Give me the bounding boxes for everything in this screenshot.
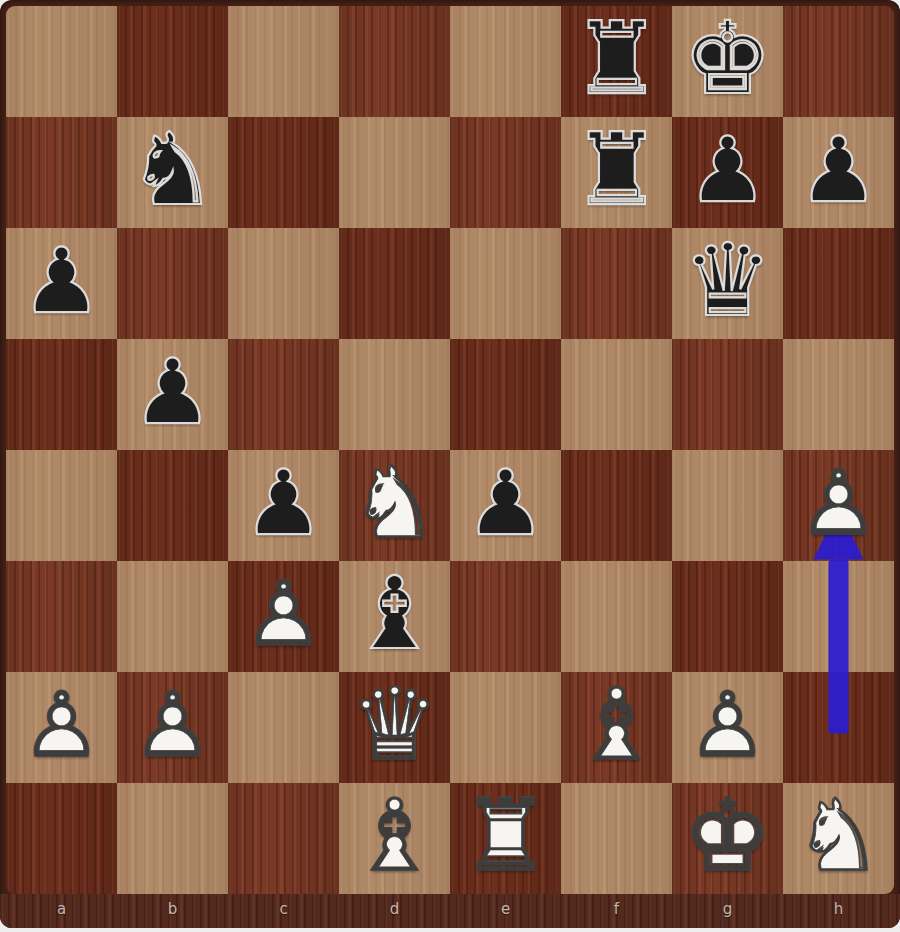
piece-black-pawn-h7[interactable]: ♟ [783, 117, 894, 228]
square-e7[interactable] [450, 117, 561, 228]
piece-white-pawn-g2[interactable]: ♟♙ [672, 672, 783, 783]
black-rook-icon: ♜ [561, 114, 672, 225]
black-pawn-icon: ♟ [228, 447, 339, 558]
square-c7[interactable] [228, 117, 339, 228]
piece-black-rook-f7[interactable]: ♜ [561, 117, 672, 228]
square-h5[interactable] [783, 339, 894, 450]
black-knight-icon: ♞ [117, 114, 228, 225]
square-b3[interactable] [117, 561, 228, 672]
square-e2[interactable] [450, 672, 561, 783]
square-f6[interactable] [561, 228, 672, 339]
square-b6[interactable] [117, 228, 228, 339]
piece-black-pawn-a6[interactable]: ♟ [6, 228, 117, 339]
file-label-a: a [6, 900, 117, 918]
white-bishop-detail-icon: ♗ [561, 669, 672, 780]
square-g5[interactable] [672, 339, 783, 450]
square-g3[interactable] [672, 561, 783, 672]
square-a5[interactable] [6, 339, 117, 450]
square-b1[interactable] [117, 783, 228, 894]
piece-black-bishop-d3[interactable]: ♝ [339, 561, 450, 672]
black-pawn-icon: ♟ [783, 114, 894, 225]
piece-white-rook-e1[interactable]: ♜♖ [450, 783, 561, 894]
white-pawn-detail-icon: ♙ [672, 669, 783, 780]
file-label-g: g [672, 900, 783, 918]
square-f3[interactable] [561, 561, 672, 672]
black-pawn-icon: ♟ [6, 225, 117, 336]
black-pawn-icon: ♟ [450, 447, 561, 558]
square-e3[interactable] [450, 561, 561, 672]
file-label-b: b [117, 900, 228, 918]
white-king-detail-icon: ♔ [672, 780, 783, 891]
piece-white-knight-h1[interactable]: ♞♘ [783, 783, 894, 894]
file-label-c: c [228, 900, 339, 918]
white-knight-detail-icon: ♘ [783, 780, 894, 891]
white-pawn-detail-icon: ♙ [228, 558, 339, 669]
piece-white-bishop-d1[interactable]: ♝♗ [339, 783, 450, 894]
piece-black-king-g8[interactable]: ♚ [672, 6, 783, 117]
white-bishop-detail-icon: ♗ [339, 780, 450, 891]
piece-black-pawn-b5[interactable]: ♟ [117, 339, 228, 450]
black-pawn-icon: ♟ [672, 114, 783, 225]
file-label-d: d [339, 900, 450, 918]
black-king-icon: ♚ [672, 3, 783, 114]
white-knight-detail-icon: ♘ [339, 447, 450, 558]
black-bishop-icon: ♝ [339, 558, 450, 669]
piece-black-pawn-g7[interactable]: ♟ [672, 117, 783, 228]
black-pawn-icon: ♟ [117, 336, 228, 447]
square-e8[interactable] [450, 6, 561, 117]
white-pawn-detail-icon: ♙ [6, 669, 117, 780]
square-g4[interactable] [672, 450, 783, 561]
file-coordinates-strip: abcdefgh [0, 894, 900, 928]
square-h8[interactable] [783, 6, 894, 117]
piece-white-king-g1[interactable]: ♚♔ [672, 783, 783, 894]
white-pawn-detail-icon: ♙ [783, 447, 894, 558]
square-d6[interactable] [339, 228, 450, 339]
piece-black-pawn-e4[interactable]: ♟ [450, 450, 561, 561]
square-f4[interactable] [561, 450, 672, 561]
square-h3[interactable] [783, 561, 894, 672]
square-d8[interactable] [339, 6, 450, 117]
piece-white-queen-d2[interactable]: ♛♕ [339, 672, 450, 783]
square-f5[interactable] [561, 339, 672, 450]
square-c6[interactable] [228, 228, 339, 339]
piece-black-rook-f8[interactable]: ♜ [561, 6, 672, 117]
square-b8[interactable] [117, 6, 228, 117]
square-e5[interactable] [450, 339, 561, 450]
file-label-f: f [561, 900, 672, 918]
square-a1[interactable] [6, 783, 117, 894]
chess-board: ♜♚♞♜♟♟♟♛♟♟♞♘♟♟♙♟♙♝♟♙♟♙♛♕♝♗♟♙♝♗♜♖♚♔♞♘ abc… [0, 0, 900, 928]
piece-white-bishop-f2[interactable]: ♝♗ [561, 672, 672, 783]
square-d5[interactable] [339, 339, 450, 450]
piece-white-pawn-c3[interactable]: ♟♙ [228, 561, 339, 672]
file-label-e: e [450, 900, 561, 918]
square-a8[interactable] [6, 6, 117, 117]
file-label-h: h [783, 900, 894, 918]
white-pawn-detail-icon: ♙ [117, 669, 228, 780]
white-rook-detail-icon: ♖ [450, 780, 561, 891]
square-a4[interactable] [6, 450, 117, 561]
square-e6[interactable] [450, 228, 561, 339]
white-queen-detail-icon: ♕ [339, 669, 450, 780]
square-c1[interactable] [228, 783, 339, 894]
square-h6[interactable] [783, 228, 894, 339]
square-c8[interactable] [228, 6, 339, 117]
square-f1[interactable] [561, 783, 672, 894]
square-h2[interactable] [783, 672, 894, 783]
square-b4[interactable] [117, 450, 228, 561]
black-rook-icon: ♜ [561, 3, 672, 114]
square-d7[interactable] [339, 117, 450, 228]
piece-black-knight-b7[interactable]: ♞ [117, 117, 228, 228]
square-c5[interactable] [228, 339, 339, 450]
piece-white-pawn-b2[interactable]: ♟♙ [117, 672, 228, 783]
piece-white-knight-d4[interactable]: ♞♘ [339, 450, 450, 561]
piece-white-pawn-a2[interactable]: ♟♙ [6, 672, 117, 783]
black-queen-icon: ♛ [672, 225, 783, 336]
piece-black-queen-g6[interactable]: ♛ [672, 228, 783, 339]
square-c2[interactable] [228, 672, 339, 783]
square-a7[interactable] [6, 117, 117, 228]
piece-black-pawn-c4[interactable]: ♟ [228, 450, 339, 561]
square-a3[interactable] [6, 561, 117, 672]
piece-white-pawn-h4[interactable]: ♟♙ [783, 450, 894, 561]
